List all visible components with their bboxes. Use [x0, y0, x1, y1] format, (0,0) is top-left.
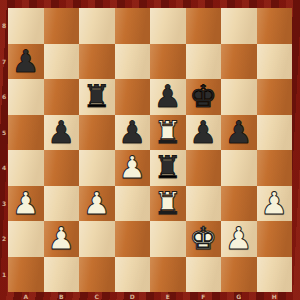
square-e7[interactable] — [150, 44, 186, 80]
square-h6[interactable] — [257, 79, 293, 115]
square-d8[interactable] — [115, 8, 151, 44]
rank-label-1: 1 — [0, 257, 8, 293]
black-king: ♚ — [189, 79, 217, 115]
square-g1[interactable] — [221, 257, 257, 293]
square-d1[interactable] — [115, 257, 151, 293]
square-a4[interactable] — [8, 150, 44, 186]
square-g3[interactable] — [221, 186, 257, 222]
square-h8[interactable] — [257, 8, 293, 44]
black-pawn: ♟ — [154, 79, 182, 115]
white-pawn: ♟ — [47, 221, 75, 257]
square-e4[interactable]: ♜ — [150, 150, 186, 186]
file-label-G: G — [221, 292, 257, 300]
black-rook: ♜ — [83, 79, 111, 115]
rank-label-8: 8 — [0, 8, 8, 44]
square-b7[interactable] — [44, 44, 80, 80]
square-a1[interactable] — [8, 257, 44, 293]
square-b2[interactable]: ♟ — [44, 221, 80, 257]
square-e2[interactable] — [150, 221, 186, 257]
square-g2[interactable]: ♟ — [221, 221, 257, 257]
square-d3[interactable] — [115, 186, 151, 222]
square-a7[interactable]: ♟ — [8, 44, 44, 80]
square-a3[interactable]: ♟ — [8, 186, 44, 222]
square-c2[interactable] — [79, 221, 115, 257]
square-d2[interactable] — [115, 221, 151, 257]
black-pawn: ♟ — [189, 115, 217, 151]
square-h5[interactable] — [257, 115, 293, 151]
square-d5[interactable]: ♟ — [115, 115, 151, 151]
black-pawn: ♟ — [47, 115, 75, 151]
square-c6[interactable]: ♜ — [79, 79, 115, 115]
square-f2[interactable]: ♚ — [186, 221, 222, 257]
square-e8[interactable] — [150, 8, 186, 44]
square-c8[interactable] — [79, 8, 115, 44]
square-a8[interactable] — [8, 8, 44, 44]
rank-label-5: 5 — [0, 115, 8, 151]
square-c7[interactable] — [79, 44, 115, 80]
square-b4[interactable] — [44, 150, 80, 186]
square-f4[interactable] — [186, 150, 222, 186]
board-grid: ♟♜♟♚♟♟♜♟♟♟♜♟♟♜♟♟♚♟ — [8, 8, 292, 292]
file-label-E: E — [150, 292, 186, 300]
square-f6[interactable]: ♚ — [186, 79, 222, 115]
square-a2[interactable] — [8, 221, 44, 257]
white-rook: ♜ — [154, 115, 182, 151]
square-a5[interactable] — [8, 115, 44, 151]
square-a6[interactable] — [8, 79, 44, 115]
square-e1[interactable] — [150, 257, 186, 293]
rank-label-7: 7 — [0, 44, 8, 80]
black-pawn: ♟ — [12, 44, 40, 80]
file-label-C: C — [79, 292, 115, 300]
rank-label-3: 3 — [0, 186, 8, 222]
white-king: ♚ — [189, 221, 217, 257]
square-b8[interactable] — [44, 8, 80, 44]
square-f7[interactable] — [186, 44, 222, 80]
square-h2[interactable] — [257, 221, 293, 257]
square-c4[interactable] — [79, 150, 115, 186]
white-pawn: ♟ — [118, 150, 146, 186]
chess-board: ♟♜♟♚♟♟♜♟♟♟♜♟♟♜♟♟♚♟ 87654321 ABCDEFGH — [0, 0, 300, 300]
white-rook: ♜ — [154, 186, 182, 222]
square-h3[interactable]: ♟ — [257, 186, 293, 222]
rank-label-2: 2 — [0, 221, 8, 257]
square-e6[interactable]: ♟ — [150, 79, 186, 115]
square-e5[interactable]: ♜ — [150, 115, 186, 151]
white-pawn: ♟ — [83, 186, 111, 222]
square-g6[interactable] — [221, 79, 257, 115]
square-g4[interactable] — [221, 150, 257, 186]
square-c1[interactable] — [79, 257, 115, 293]
square-b3[interactable] — [44, 186, 80, 222]
square-h4[interactable] — [257, 150, 293, 186]
square-f8[interactable] — [186, 8, 222, 44]
square-d4[interactable]: ♟ — [115, 150, 151, 186]
file-label-A: A — [8, 292, 44, 300]
black-pawn: ♟ — [118, 115, 146, 151]
square-h1[interactable] — [257, 257, 293, 293]
white-pawn: ♟ — [12, 186, 40, 222]
black-rook: ♜ — [154, 150, 182, 186]
square-h7[interactable] — [257, 44, 293, 80]
file-label-B: B — [44, 292, 80, 300]
square-b5[interactable]: ♟ — [44, 115, 80, 151]
square-g8[interactable] — [221, 8, 257, 44]
square-c5[interactable] — [79, 115, 115, 151]
square-f1[interactable] — [186, 257, 222, 293]
square-b1[interactable] — [44, 257, 80, 293]
square-f5[interactable]: ♟ — [186, 115, 222, 151]
square-e3[interactable]: ♜ — [150, 186, 186, 222]
square-d7[interactable] — [115, 44, 151, 80]
white-pawn: ♟ — [225, 221, 253, 257]
rank-label-4: 4 — [0, 150, 8, 186]
file-label-D: D — [115, 292, 151, 300]
rank-label-6: 6 — [0, 79, 8, 115]
file-label-H: H — [257, 292, 293, 300]
square-b6[interactable] — [44, 79, 80, 115]
square-d6[interactable] — [115, 79, 151, 115]
file-label-F: F — [186, 292, 222, 300]
black-pawn: ♟ — [225, 115, 253, 151]
white-pawn: ♟ — [260, 186, 288, 222]
square-g7[interactable] — [221, 44, 257, 80]
square-c3[interactable]: ♟ — [79, 186, 115, 222]
square-g5[interactable]: ♟ — [221, 115, 257, 151]
square-f3[interactable] — [186, 186, 222, 222]
